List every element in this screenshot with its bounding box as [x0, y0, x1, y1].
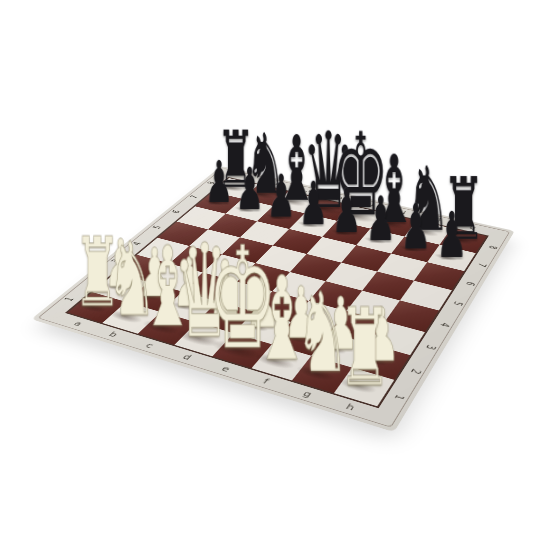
- square-e4: [272, 272, 325, 301]
- square-f3: [291, 301, 346, 333]
- chess-board: abcdefghabcdefgh8765432187654321♜♞♝♛♚♝♞♜…: [31, 166, 515, 432]
- square-d3: [217, 282, 272, 312]
- board-scene: abcdefghabcdefgh8765432187654321♜♞♝♛♚♝♞♜…: [110, 92, 470, 452]
- square-f4: [309, 281, 362, 311]
- product-photo-canvas: abcdefghabcdefgh8765432187654321♜♞♝♛♚♝♞♜…: [0, 0, 533, 533]
